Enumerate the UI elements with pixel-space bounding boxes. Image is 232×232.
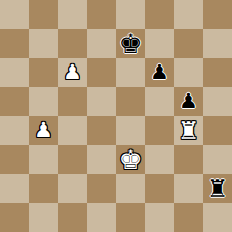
square-e3[interactable]: ♚: [116, 145, 145, 174]
square-a6[interactable]: [0, 58, 29, 87]
square-g8[interactable]: [174, 0, 203, 29]
square-h6[interactable]: [203, 58, 232, 87]
square-g7[interactable]: [174, 29, 203, 58]
white-king-e3: ♚: [118, 146, 142, 173]
square-c8[interactable]: [58, 0, 87, 29]
square-g1[interactable]: [174, 203, 203, 232]
white-rook-g4: ♜: [178, 119, 200, 143]
square-b7[interactable]: [29, 29, 58, 58]
square-f5[interactable]: [145, 87, 174, 116]
square-a7[interactable]: [0, 29, 29, 58]
square-e4[interactable]: [116, 116, 145, 145]
black-rook-h2: ♜: [207, 177, 229, 201]
square-b5[interactable]: [29, 87, 58, 116]
square-c1[interactable]: [58, 203, 87, 232]
square-e1[interactable]: [116, 203, 145, 232]
square-g2[interactable]: [174, 174, 203, 203]
black-pawn-f6: ♟: [150, 62, 169, 83]
square-f8[interactable]: [145, 0, 174, 29]
square-b6[interactable]: [29, 58, 58, 87]
square-a2[interactable]: [0, 174, 29, 203]
chess-board: ♚♟♟♟♟♜♚♜: [0, 0, 232, 232]
square-b1[interactable]: [29, 203, 58, 232]
square-b3[interactable]: [29, 145, 58, 174]
square-h1[interactable]: [203, 203, 232, 232]
square-h2[interactable]: ♜: [203, 174, 232, 203]
square-c6[interactable]: ♟: [58, 58, 87, 87]
square-g4[interactable]: ♜: [174, 116, 203, 145]
square-c3[interactable]: [58, 145, 87, 174]
square-a1[interactable]: [0, 203, 29, 232]
square-a5[interactable]: [0, 87, 29, 116]
square-b2[interactable]: [29, 174, 58, 203]
square-b8[interactable]: [29, 0, 58, 29]
square-e6[interactable]: [116, 58, 145, 87]
square-a8[interactable]: [0, 0, 29, 29]
square-c7[interactable]: [58, 29, 87, 58]
square-f3[interactable]: [145, 145, 174, 174]
square-d7[interactable]: [87, 29, 116, 58]
square-h8[interactable]: [203, 0, 232, 29]
square-d1[interactable]: [87, 203, 116, 232]
square-d6[interactable]: [87, 58, 116, 87]
square-f2[interactable]: [145, 174, 174, 203]
square-e5[interactable]: [116, 87, 145, 116]
square-g6[interactable]: [174, 58, 203, 87]
square-e2[interactable]: [116, 174, 145, 203]
square-c2[interactable]: [58, 174, 87, 203]
square-c5[interactable]: [58, 87, 87, 116]
square-f4[interactable]: [145, 116, 174, 145]
black-pawn-g5: ♟: [179, 91, 198, 112]
square-g5[interactable]: ♟: [174, 87, 203, 116]
square-d3[interactable]: [87, 145, 116, 174]
black-king-e7: ♚: [118, 30, 142, 57]
white-pawn-b4: ♟: [34, 120, 53, 141]
square-g3[interactable]: [174, 145, 203, 174]
square-d8[interactable]: [87, 0, 116, 29]
square-f1[interactable]: [145, 203, 174, 232]
square-e7[interactable]: ♚: [116, 29, 145, 58]
square-d4[interactable]: [87, 116, 116, 145]
square-c4[interactable]: [58, 116, 87, 145]
square-e8[interactable]: [116, 0, 145, 29]
square-h4[interactable]: [203, 116, 232, 145]
square-f6[interactable]: ♟: [145, 58, 174, 87]
square-d2[interactable]: [87, 174, 116, 203]
square-a3[interactable]: [0, 145, 29, 174]
square-h5[interactable]: [203, 87, 232, 116]
square-f7[interactable]: [145, 29, 174, 58]
square-b4[interactable]: ♟: [29, 116, 58, 145]
square-h7[interactable]: [203, 29, 232, 58]
square-h3[interactable]: [203, 145, 232, 174]
white-pawn-c6: ♟: [63, 62, 82, 83]
square-a4[interactable]: [0, 116, 29, 145]
square-d5[interactable]: [87, 87, 116, 116]
